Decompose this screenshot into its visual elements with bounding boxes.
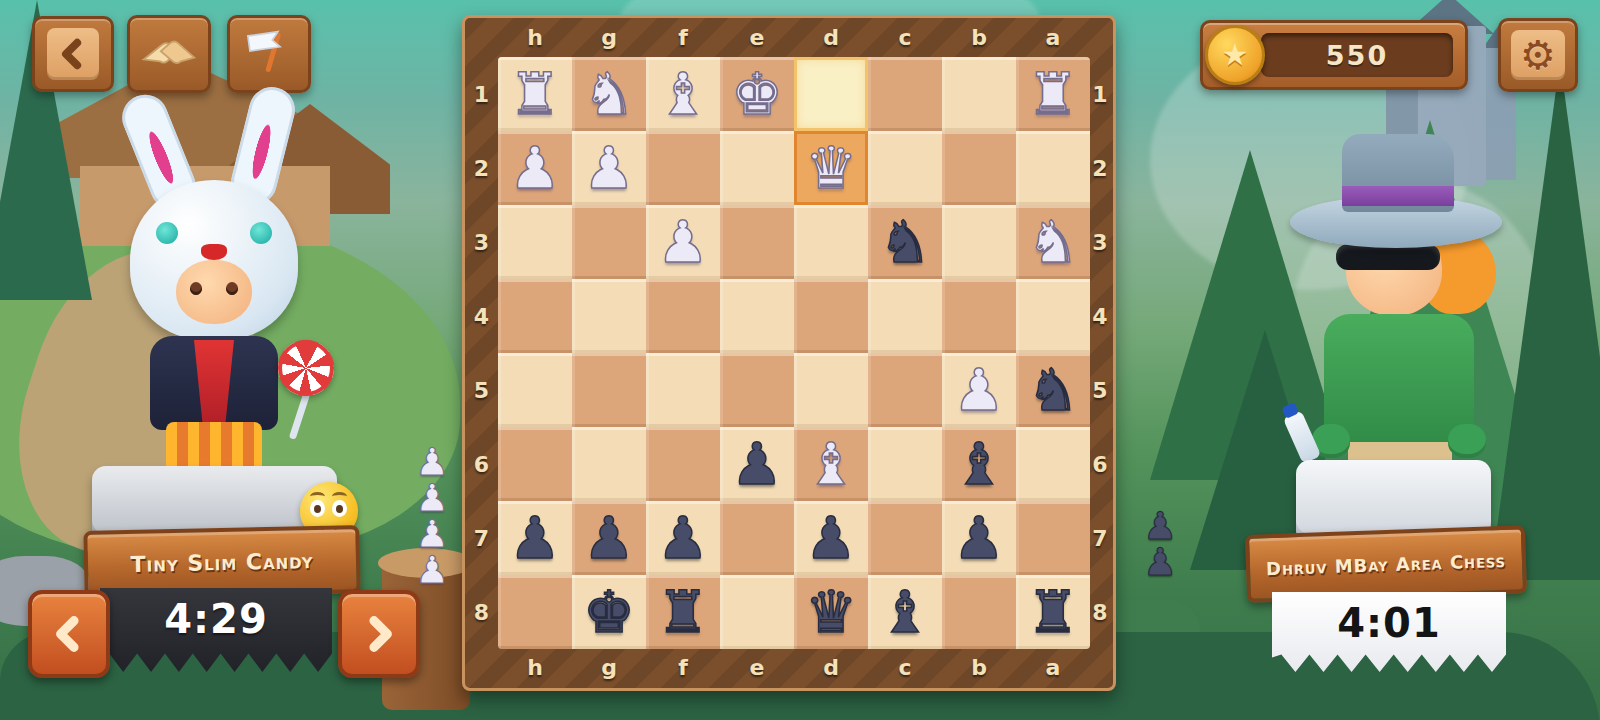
- square-g3[interactable]: [572, 205, 646, 279]
- rank-label-2: 2: [474, 156, 489, 181]
- square-d5[interactable]: [794, 353, 868, 427]
- square-f6[interactable]: [646, 427, 720, 501]
- square-a2[interactable]: [1016, 131, 1090, 205]
- left-player-time: 4:29: [164, 596, 268, 642]
- file-label-b: b: [971, 655, 987, 680]
- square-c8[interactable]: ♝: [868, 575, 942, 649]
- file-label-f: f: [678, 25, 688, 50]
- file-label-g: g: [601, 25, 617, 50]
- square-c7[interactable]: [868, 501, 942, 575]
- piece-wQ-d2[interactable]: ♛: [805, 131, 857, 205]
- files-top: hgfedcba: [498, 18, 1090, 57]
- square-d8[interactable]: ♛: [794, 575, 868, 649]
- square-f3[interactable]: ♟: [646, 205, 720, 279]
- rank-label-5: 5: [1092, 378, 1107, 403]
- square-e4[interactable]: [720, 279, 794, 353]
- files-bottom: hgfedcba: [498, 646, 1090, 688]
- right-player-name: Dhruv MBay Area Chess: [1266, 549, 1507, 578]
- left-player-avatar: [100, 92, 360, 482]
- square-d6[interactable]: ♝: [794, 427, 868, 501]
- square-b7[interactable]: ♟: [942, 501, 1016, 575]
- rank-label-1: 1: [474, 82, 489, 107]
- piece-wP-f3[interactable]: ♟: [657, 205, 709, 279]
- captured-tray-right: ♟♟: [1132, 508, 1188, 580]
- captured-black-pawn: ♟: [1143, 544, 1177, 580]
- captured-white-pawn: ♟: [415, 480, 449, 516]
- piece-wB-d6[interactable]: ♝: [805, 427, 857, 501]
- square-h5[interactable]: [498, 353, 572, 427]
- square-b1[interactable]: [942, 57, 1016, 131]
- file-label-g: g: [601, 655, 617, 680]
- file-label-c: c: [898, 655, 911, 680]
- square-f5[interactable]: [646, 353, 720, 427]
- right-player-avatar: [1272, 112, 1532, 492]
- file-label-e: e: [750, 25, 765, 50]
- coin-balance-slot: 550: [1261, 33, 1453, 77]
- rank-label-4: 4: [1092, 304, 1107, 329]
- file-label-a: a: [1046, 655, 1061, 680]
- coin-balance-value: 550: [1326, 40, 1388, 71]
- piece-bN-c3[interactable]: ♞: [879, 205, 931, 279]
- square-c5[interactable]: [868, 353, 942, 427]
- chevron-right-icon: [359, 614, 399, 654]
- game-screen: 550 ★ ⚙ hgfedcba hgfedcba 12345678 12345…: [0, 0, 1600, 720]
- emoji-eye: [332, 500, 347, 517]
- fedora-band: [1342, 186, 1454, 206]
- piece-wK-e1[interactable]: ♚: [731, 57, 783, 131]
- file-label-f: f: [678, 655, 688, 680]
- square-c4[interactable]: [868, 279, 942, 353]
- piece-bR-f8[interactable]: ♜: [657, 575, 709, 649]
- square-e5[interactable]: [720, 353, 794, 427]
- rank-label-7: 7: [474, 526, 489, 551]
- back-button-plaque: [47, 28, 99, 80]
- square-e1[interactable]: ♚: [720, 57, 794, 131]
- square-e3[interactable]: [720, 205, 794, 279]
- coin-star-icon: ★: [1205, 25, 1265, 85]
- captured-black-pawn: ♟: [1143, 508, 1177, 544]
- gear-icon: ⚙: [1520, 35, 1556, 75]
- square-a4[interactable]: [1016, 279, 1090, 353]
- piece-wB-f1[interactable]: ♝: [657, 57, 709, 131]
- piece-wP-h2[interactable]: ♟: [509, 131, 561, 205]
- piece-bB-c8[interactable]: ♝: [879, 575, 931, 649]
- square-f4[interactable]: [646, 279, 720, 353]
- square-b5[interactable]: ♟: [942, 353, 1016, 427]
- ranks-left: 12345678: [465, 57, 498, 649]
- square-a8[interactable]: ♜: [1016, 575, 1090, 649]
- piece-bB-b6[interactable]: ♝: [953, 427, 1005, 501]
- square-f2[interactable]: [646, 131, 720, 205]
- previous-move-button[interactable]: [28, 590, 110, 678]
- square-d7[interactable]: ♟: [794, 501, 868, 575]
- square-b3[interactable]: [942, 205, 1016, 279]
- next-move-button[interactable]: [338, 590, 420, 678]
- file-label-h: h: [527, 655, 543, 680]
- rank-label-7: 7: [1092, 526, 1107, 551]
- square-h6[interactable]: [498, 427, 572, 501]
- square-a6[interactable]: [1016, 427, 1090, 501]
- square-b8[interactable]: [942, 575, 1016, 649]
- piece-wR-a1[interactable]: ♜: [1027, 57, 1079, 131]
- square-h3[interactable]: [498, 205, 572, 279]
- square-h8[interactable]: [498, 575, 572, 649]
- square-a1[interactable]: ♜: [1016, 57, 1090, 131]
- square-b2[interactable]: [942, 131, 1016, 205]
- file-label-d: d: [823, 25, 839, 50]
- rank-label-8: 8: [1092, 600, 1107, 625]
- ranks-right: 12345678: [1087, 57, 1113, 649]
- square-b4[interactable]: [942, 279, 1016, 353]
- bunny-nose: [201, 244, 227, 260]
- rank-label-2: 2: [1092, 156, 1107, 181]
- square-d1[interactable]: [794, 57, 868, 131]
- piece-wP-g2[interactable]: ♟: [583, 131, 635, 205]
- file-label-h: h: [527, 25, 543, 50]
- rank-label-6: 6: [1092, 452, 1107, 477]
- right-player-nameplate: Dhruv MBay Area Chess: [1245, 525, 1527, 603]
- piece-bP-g7[interactable]: ♟: [583, 501, 635, 575]
- rank-label-8: 8: [474, 600, 489, 625]
- piece-wP-b5[interactable]: ♟: [953, 353, 1005, 427]
- lollipop: [278, 340, 334, 396]
- captured-white-pawn: ♟: [415, 516, 449, 552]
- square-g2[interactable]: ♟: [572, 131, 646, 205]
- piece-bP-d7[interactable]: ♟: [805, 501, 857, 575]
- square-d2[interactable]: ♛: [794, 131, 868, 205]
- square-g1[interactable]: ♞: [572, 57, 646, 131]
- settings-button-plaque: ⚙: [1511, 30, 1565, 80]
- board-grid: ♜♞♝♚♜♟♟♛♟♞♞♟♞♟♝♝♟♟♟♟♟♚♜♛♝♜: [498, 57, 1090, 649]
- piece-bP-b7[interactable]: ♟: [953, 501, 1005, 575]
- settings-button[interactable]: ⚙: [1498, 18, 1578, 92]
- square-b6[interactable]: ♝: [942, 427, 1016, 501]
- piece-bP-f7[interactable]: ♟: [657, 501, 709, 575]
- square-g6[interactable]: [572, 427, 646, 501]
- file-label-a: a: [1046, 25, 1061, 50]
- square-e8[interactable]: [720, 575, 794, 649]
- square-e2[interactable]: [720, 131, 794, 205]
- chess-board: hgfedcba hgfedcba 12345678 12345678 ♜♞♝♚…: [462, 15, 1116, 691]
- piece-bK-g8[interactable]: ♚: [583, 575, 635, 649]
- right-player-time: 4:01: [1337, 600, 1441, 646]
- file-label-b: b: [971, 25, 987, 50]
- emoji-eye: [310, 500, 325, 517]
- file-label-d: d: [823, 655, 839, 680]
- square-d3[interactable]: [794, 205, 868, 279]
- file-label-c: c: [898, 25, 911, 50]
- square-h7[interactable]: ♟: [498, 501, 572, 575]
- piece-bR-a8[interactable]: ♜: [1027, 575, 1079, 649]
- monster-hand: [1448, 424, 1486, 458]
- square-a3[interactable]: ♞: [1016, 205, 1090, 279]
- piece-wN-a3[interactable]: ♞: [1027, 205, 1079, 279]
- handshake-icon: [140, 32, 198, 76]
- square-c3[interactable]: ♞: [868, 205, 942, 279]
- square-c2[interactable]: [868, 131, 942, 205]
- square-g4[interactable]: [572, 279, 646, 353]
- square-a5[interactable]: ♞: [1016, 353, 1090, 427]
- square-g5[interactable]: [572, 353, 646, 427]
- left-player-nameplate: Tiny Slim Candy: [83, 525, 360, 599]
- square-c1[interactable]: [868, 57, 942, 131]
- rank-label-4: 4: [474, 304, 489, 329]
- square-e6[interactable]: ♟: [720, 427, 794, 501]
- resign-button[interactable]: [227, 15, 311, 93]
- coin-balance-bar[interactable]: 550 ★: [1200, 20, 1468, 90]
- piece-bN-a5[interactable]: ♞: [1027, 353, 1079, 427]
- avatar-face: [176, 260, 252, 324]
- square-f7[interactable]: ♟: [646, 501, 720, 575]
- square-f1[interactable]: ♝: [646, 57, 720, 131]
- captured-white-pawn: ♟: [415, 552, 449, 588]
- chevron-left-icon: [49, 614, 89, 654]
- offer-draw-button[interactable]: [127, 15, 211, 93]
- square-e7[interactable]: [720, 501, 794, 575]
- piece-wR-h1[interactable]: ♜: [509, 57, 561, 131]
- rank-label-3: 3: [474, 230, 489, 255]
- square-h2[interactable]: ♟: [498, 131, 572, 205]
- square-c6[interactable]: [868, 427, 942, 501]
- captured-tray-left: ♟♟♟♟: [404, 444, 460, 588]
- left-player-name: Tiny Slim Candy: [130, 548, 313, 577]
- square-h4[interactable]: [498, 279, 572, 353]
- piece-bQ-d8[interactable]: ♛: [805, 575, 857, 649]
- square-f8[interactable]: ♜: [646, 575, 720, 649]
- piece-wN-g1[interactable]: ♞: [583, 57, 635, 131]
- back-button[interactable]: [32, 16, 114, 92]
- rank-label-6: 6: [474, 452, 489, 477]
- rank-label-1: 1: [1092, 82, 1107, 107]
- lollipop-stick: [289, 392, 310, 440]
- rank-label-5: 5: [474, 378, 489, 403]
- square-a7[interactable]: [1016, 501, 1090, 575]
- piece-bP-h7[interactable]: ♟: [509, 501, 561, 575]
- rank-label-3: 3: [1092, 230, 1107, 255]
- square-g8[interactable]: ♚: [572, 575, 646, 649]
- square-g7[interactable]: ♟: [572, 501, 646, 575]
- back-chevron-icon: [56, 37, 90, 71]
- piece-bP-e6[interactable]: ♟: [731, 427, 783, 501]
- captured-white-pawn: ♟: [415, 444, 449, 480]
- square-h1[interactable]: ♜: [498, 57, 572, 131]
- white-flag-icon: [242, 26, 296, 82]
- square-d4[interactable]: [794, 279, 868, 353]
- file-label-e: e: [750, 655, 765, 680]
